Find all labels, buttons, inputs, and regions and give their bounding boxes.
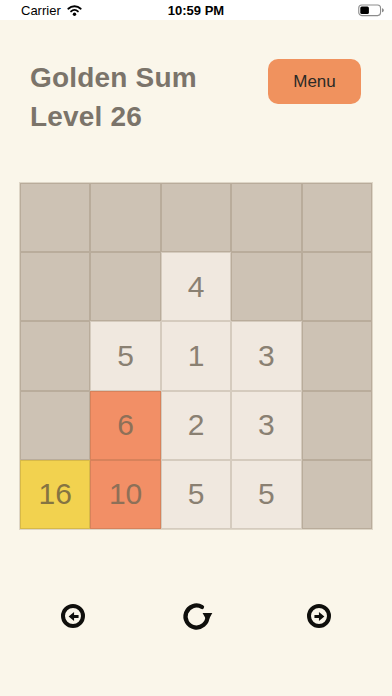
cell-r5c3-tile-5[interactable]: 5 xyxy=(161,460,231,529)
cell-r4c5-empty xyxy=(302,391,372,460)
status-bar: Carrier 10:59 PM xyxy=(0,0,392,20)
cell-r4c1-empty xyxy=(20,391,90,460)
cell-r5c4-tile-5[interactable]: 5 xyxy=(231,460,301,529)
cell-r2c4-empty xyxy=(231,252,301,321)
battery-icon xyxy=(358,4,385,17)
arrow-left-icon xyxy=(66,609,81,624)
cell-r3c2-tile-5[interactable]: 5 xyxy=(90,321,160,390)
cell-r3c4-tile-3[interactable]: 3 xyxy=(231,321,301,390)
clockwise-rotation-icon xyxy=(180,600,213,633)
app-title: Golden Sum xyxy=(30,58,197,97)
controls-bar xyxy=(0,599,392,633)
redo-button[interactable] xyxy=(307,604,331,628)
cell-r4c4-tile-3[interactable]: 3 xyxy=(231,391,301,460)
undo-button[interactable] xyxy=(61,604,85,628)
cell-r1c1-empty xyxy=(20,183,90,252)
cell-r1c4-empty xyxy=(231,183,301,252)
cell-r3c1-empty xyxy=(20,321,90,390)
cell-r2c3-tile-4[interactable]: 4 xyxy=(161,252,231,321)
cell-r1c5-empty xyxy=(302,183,372,252)
menu-button[interactable]: Menu xyxy=(268,59,361,104)
header: Golden Sum Level 26 xyxy=(30,58,197,136)
cell-r4c3-tile-2[interactable]: 2 xyxy=(161,391,231,460)
cell-r2c1-empty xyxy=(20,252,90,321)
restart-button[interactable] xyxy=(180,600,213,633)
cell-r1c2-empty xyxy=(90,183,160,252)
cell-r3c3-tile-1[interactable]: 1 xyxy=(161,321,231,390)
cell-r2c5-empty xyxy=(302,252,372,321)
cell-r5c1-tile-16[interactable]: 16 xyxy=(20,460,90,529)
cell-r4c2-tile-6[interactable]: 6 xyxy=(90,391,160,460)
cell-r5c2-tile-10[interactable]: 10 xyxy=(90,460,160,529)
cell-r5c5-empty xyxy=(302,460,372,529)
cell-r1c3-empty xyxy=(161,183,231,252)
cell-r3c5-empty xyxy=(302,321,372,390)
status-time: 10:59 PM xyxy=(0,3,392,18)
level-label: Level 26 xyxy=(30,97,197,136)
cell-r2c2-empty xyxy=(90,252,160,321)
arrow-right-icon xyxy=(312,609,327,624)
game-board: 4513623161055 xyxy=(19,182,373,530)
